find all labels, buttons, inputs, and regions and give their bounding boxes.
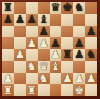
square-f1[interactable] xyxy=(61,84,73,96)
square-e1[interactable] xyxy=(50,84,62,96)
square-c1[interactable]: ♜ xyxy=(26,84,38,96)
square-b3[interactable] xyxy=(14,61,26,73)
white-pawn-d5[interactable]: ♟ xyxy=(39,37,49,48)
square-g8[interactable]: ♞ xyxy=(73,2,85,14)
square-b7[interactable]: ♟ xyxy=(14,14,26,26)
white-pawn-g2[interactable]: ♟ xyxy=(74,72,84,83)
square-d1[interactable] xyxy=(38,84,50,96)
square-h8[interactable] xyxy=(85,2,97,14)
square-b2[interactable] xyxy=(14,73,26,85)
square-h1[interactable] xyxy=(85,84,97,96)
chess-board-frame: ♜♛♚♞♟♟♟♝♟♟♟♟♟♟♟♟♜♟♞♞♛♝♟♞♟♟♟♜♜♚ xyxy=(0,0,100,99)
white-pawn-h2[interactable]: ♟ xyxy=(86,72,96,83)
black-queen-e8[interactable]: ♛ xyxy=(51,2,61,13)
square-b4[interactable]: ♟ xyxy=(14,49,26,61)
square-g7[interactable] xyxy=(73,14,85,26)
white-knight-c3[interactable]: ♞ xyxy=(27,61,37,72)
white-king-g1[interactable]: ♚ xyxy=(74,84,84,95)
square-h6[interactable]: ♟ xyxy=(85,26,97,38)
white-pawn-a2[interactable]: ♟ xyxy=(3,72,13,83)
black-pawn-g5[interactable]: ♟ xyxy=(74,37,84,48)
black-knight-h4[interactable]: ♞ xyxy=(86,49,96,60)
square-e2[interactable] xyxy=(50,73,62,85)
black-knight-g8[interactable]: ♞ xyxy=(74,2,84,13)
black-pawn-d6[interactable]: ♟ xyxy=(39,25,49,36)
white-pawn-e4[interactable]: ♟ xyxy=(51,49,61,60)
square-c3[interactable]: ♞ xyxy=(26,61,38,73)
white-queen-d3[interactable]: ♛ xyxy=(39,61,49,72)
square-f4[interactable]: ♜ xyxy=(61,49,73,61)
square-g4[interactable]: ♟ xyxy=(73,49,85,61)
white-pawn-f2[interactable]: ♟ xyxy=(62,72,72,83)
square-e8[interactable]: ♛ xyxy=(50,2,62,14)
square-f6[interactable] xyxy=(61,26,73,38)
black-bishop-d7[interactable]: ♝ xyxy=(39,14,49,25)
square-d5[interactable]: ♟ xyxy=(38,37,50,49)
black-rook-f4[interactable]: ♜ xyxy=(62,49,72,60)
white-pawn-c5[interactable]: ♟ xyxy=(27,37,37,48)
black-pawn-e5[interactable]: ♟ xyxy=(51,37,61,48)
black-pawn-g4[interactable]: ♟ xyxy=(74,49,84,60)
white-knight-d2[interactable]: ♞ xyxy=(39,72,49,83)
square-c7[interactable]: ♟ xyxy=(26,14,38,26)
square-h2[interactable]: ♟ xyxy=(85,73,97,85)
black-rook-a8[interactable]: ♜ xyxy=(3,2,13,13)
square-c5[interactable]: ♟ xyxy=(26,37,38,49)
black-pawn-c7[interactable]: ♟ xyxy=(27,14,37,25)
square-e3[interactable]: ♝ xyxy=(50,61,62,73)
square-f8[interactable]: ♚ xyxy=(61,2,73,14)
square-d2[interactable]: ♞ xyxy=(38,73,50,85)
square-h4[interactable]: ♞ xyxy=(85,49,97,61)
chess-board: ♜♛♚♞♟♟♟♝♟♟♟♟♟♟♟♟♜♟♞♞♛♝♟♞♟♟♟♜♜♚ xyxy=(2,2,97,96)
square-a4[interactable] xyxy=(2,49,14,61)
white-rook-a1[interactable]: ♜ xyxy=(3,84,13,95)
square-g1[interactable]: ♚ xyxy=(73,84,85,96)
square-a6[interactable] xyxy=(2,26,14,38)
square-f2[interactable]: ♟ xyxy=(61,73,73,85)
white-rook-c1[interactable]: ♜ xyxy=(27,84,37,95)
square-b6[interactable] xyxy=(14,26,26,38)
white-pawn-b4[interactable]: ♟ xyxy=(15,49,25,60)
black-pawn-h6[interactable]: ♟ xyxy=(86,25,96,36)
square-f7[interactable] xyxy=(61,14,73,26)
black-king-f8[interactable]: ♚ xyxy=(62,2,72,13)
square-e7[interactable] xyxy=(50,14,62,26)
black-pawn-a7[interactable]: ♟ xyxy=(3,14,13,25)
square-a5[interactable] xyxy=(2,37,14,49)
black-pawn-b7[interactable]: ♟ xyxy=(15,14,25,25)
square-a1[interactable]: ♜ xyxy=(2,84,14,96)
square-a7[interactable]: ♟ xyxy=(2,14,14,26)
square-b1[interactable] xyxy=(14,84,26,96)
white-bishop-e3[interactable]: ♝ xyxy=(51,61,61,72)
